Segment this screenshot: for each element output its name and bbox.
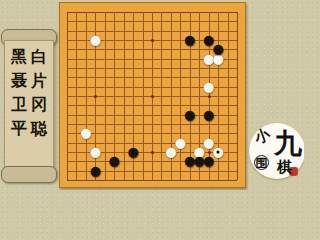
stone-white: ● bbox=[89, 34, 101, 46]
grid-line bbox=[237, 12, 238, 180]
star-point bbox=[151, 151, 154, 154]
stone-black: ● bbox=[184, 34, 196, 46]
scroll-bottom-roller bbox=[1, 166, 57, 183]
label-char: 平 bbox=[11, 119, 27, 138]
stone-white: ● bbox=[165, 146, 177, 158]
logo-character: 棋 bbox=[277, 158, 292, 177]
stone-black: ● bbox=[203, 155, 215, 167]
stone-black: ● bbox=[89, 165, 101, 177]
app-logo: 小 九 围 棋 bbox=[248, 122, 304, 180]
stone-black: ● bbox=[212, 43, 224, 55]
black-player-label: 黑 聂 卫 平 bbox=[9, 47, 29, 138]
label-char: 片 bbox=[31, 71, 47, 90]
star-point bbox=[151, 95, 154, 98]
grid-line bbox=[67, 124, 237, 125]
stone-white: ● bbox=[80, 127, 92, 139]
star-point bbox=[94, 95, 97, 98]
last-move-marker bbox=[217, 151, 220, 154]
logo-character: 围 bbox=[254, 155, 269, 170]
grid-line bbox=[161, 12, 162, 180]
star-point bbox=[208, 95, 211, 98]
star-point bbox=[151, 39, 154, 42]
go-board[interactable]: ●●●●●●●●●●●●●●●●●●●●●● bbox=[59, 2, 246, 188]
grid-line bbox=[180, 12, 181, 180]
white-player-label: 白 片 冈 聪 bbox=[29, 47, 49, 138]
stone-white: ● bbox=[203, 81, 215, 93]
stone-black: ● bbox=[127, 146, 139, 158]
label-char: 聪 bbox=[31, 119, 47, 138]
player-scroll: 白 片 冈 聪 黑 聂 卫 平 bbox=[1, 29, 57, 183]
grid-line bbox=[228, 12, 229, 180]
stone-white: ● bbox=[89, 146, 101, 158]
label-char: 白 bbox=[31, 47, 47, 66]
board-grid: ●●●●●●●●●●●●●●●●●●●●●● bbox=[67, 12, 237, 180]
stone-black: ● bbox=[108, 155, 120, 167]
stone-black: ● bbox=[203, 109, 215, 121]
label-char: 卫 bbox=[11, 95, 27, 114]
label-char: 聂 bbox=[11, 71, 27, 90]
label-char: 黑 bbox=[11, 47, 27, 66]
grid-line bbox=[67, 180, 237, 181]
scroll-body: 白 片 冈 聪 黑 聂 卫 平 bbox=[4, 40, 54, 172]
stone-black: ● bbox=[184, 109, 196, 121]
label-char: 冈 bbox=[31, 95, 47, 114]
